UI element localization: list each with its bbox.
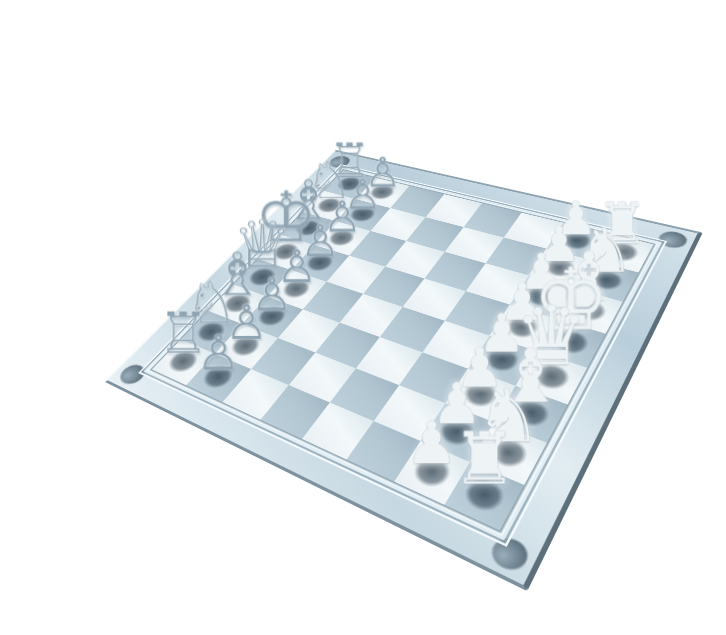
perspective-stage: ♖♘♗♕♔♗♘♖♙♙♙♙♙♙♙♙♟♟♟♟♟♟♟♟♜♞♝♛♚♝♞♜ <box>0 0 726 635</box>
board-tilt-wrapper: ♖♘♗♕♔♗♘♖♙♙♙♙♙♙♙♙♟♟♟♟♟♟♟♟♜♞♝♛♚♝♞♜ <box>0 0 726 635</box>
glass-chessboard-plate: ♖♘♗♕♔♗♘♖♙♙♙♙♙♙♙♙♟♟♟♟♟♟♟♟♜♞♝♛♚♝♞♜ <box>104 150 702 591</box>
pieces-layer: ♖♘♗♕♔♗♘♖♙♙♙♙♙♙♙♙♟♟♟♟♟♟♟♟♜♞♝♛♚♝♞♜ <box>108 151 698 585</box>
piece-clear-pawn-a7[interactable]: ♙ <box>183 328 253 377</box>
piece-frosted-rook-a1[interactable]: ♜ <box>441 423 527 495</box>
glass-chess-set-photo: ♖♘♗♕♔♗♘♖♙♙♙♙♙♙♙♙♟♟♟♟♟♟♟♟♜♞♝♛♚♝♞♜ <box>0 0 726 635</box>
